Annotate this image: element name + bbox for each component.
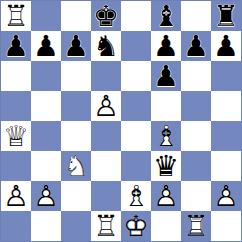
piece-outline-layer: ♙ <box>31 181 61 211</box>
square-d2[interactable] <box>91 181 121 211</box>
piece-outline-layer: ♗ <box>121 181 151 211</box>
white-bishop[interactable]: ♝♗ <box>151 121 181 151</box>
white-pawn[interactable]: ♟♙ <box>151 181 181 211</box>
square-d6[interactable] <box>91 61 121 91</box>
square-a8[interactable]: ♜♖ <box>1 1 31 31</box>
square-f4[interactable]: ♝♗ <box>151 121 181 151</box>
square-e4[interactable] <box>121 121 151 151</box>
piece-outline-layer: ♔ <box>121 211 151 241</box>
white-knight[interactable]: ♞♘ <box>61 151 91 181</box>
square-g1[interactable]: ♜♖ <box>181 211 211 241</box>
white-pawn[interactable]: ♟♙ <box>1 181 31 211</box>
piece-glyph: ♞ <box>91 31 121 61</box>
square-g3[interactable] <box>181 151 211 181</box>
square-g4[interactable] <box>181 121 211 151</box>
square-h4[interactable] <box>211 121 241 151</box>
black-pawn[interactable]: ♟ <box>151 61 181 91</box>
square-a6[interactable] <box>1 61 31 91</box>
piece-glyph: ♟ <box>151 61 181 91</box>
square-h1[interactable] <box>211 211 241 241</box>
white-pawn[interactable]: ♟♙ <box>91 91 121 121</box>
piece-glyph: ♛ <box>151 151 181 181</box>
square-a3[interactable] <box>1 151 31 181</box>
square-e8[interactable] <box>121 1 151 31</box>
square-d8[interactable]: ♚ <box>91 1 121 31</box>
square-d3[interactable] <box>91 151 121 181</box>
black-pawn[interactable]: ♟ <box>211 31 241 61</box>
piece-glyph: ♚ <box>91 1 121 31</box>
square-f5[interactable] <box>151 91 181 121</box>
piece-outline-layer: ♙ <box>211 181 241 211</box>
square-g2[interactable] <box>181 181 211 211</box>
square-e7[interactable] <box>121 31 151 61</box>
piece-glyph: ♟ <box>61 31 91 61</box>
square-c4[interactable] <box>61 121 91 151</box>
square-g6[interactable] <box>181 61 211 91</box>
piece-outline-layer: ♙ <box>91 91 121 121</box>
square-h6[interactable] <box>211 61 241 91</box>
square-h7[interactable]: ♟ <box>211 31 241 61</box>
white-rook[interactable]: ♜♖ <box>1 1 31 31</box>
black-king[interactable]: ♚ <box>91 1 121 31</box>
square-b8[interactable] <box>31 1 61 31</box>
black-queen[interactable]: ♛ <box>151 151 181 181</box>
square-c8[interactable] <box>61 1 91 31</box>
square-f7[interactable]: ♟ <box>151 31 181 61</box>
square-a2[interactable]: ♟♙ <box>1 181 31 211</box>
piece-glyph: ♟ <box>1 31 31 61</box>
square-b7[interactable]: ♟ <box>31 31 61 61</box>
square-b6[interactable] <box>31 61 61 91</box>
white-queen[interactable]: ♛♕ <box>1 121 31 151</box>
square-e5[interactable] <box>121 91 151 121</box>
square-b5[interactable] <box>31 91 61 121</box>
square-d4[interactable] <box>91 121 121 151</box>
square-d1[interactable]: ♜♖ <box>91 211 121 241</box>
piece-outline-layer: ♙ <box>151 181 181 211</box>
piece-outline-layer: ♖ <box>1 1 31 31</box>
square-f6[interactable]: ♟ <box>151 61 181 91</box>
white-bishop[interactable]: ♝♗ <box>121 181 151 211</box>
square-f3[interactable]: ♛ <box>151 151 181 181</box>
piece-outline-layer: ♖ <box>91 211 121 241</box>
square-h2[interactable]: ♟♙ <box>211 181 241 211</box>
square-c3[interactable]: ♞♘ <box>61 151 91 181</box>
square-d5[interactable]: ♟♙ <box>91 91 121 121</box>
square-a1[interactable] <box>1 211 31 241</box>
piece-outline-layer: ♙ <box>1 181 31 211</box>
white-pawn[interactable]: ♟♙ <box>31 181 61 211</box>
square-c2[interactable] <box>61 181 91 211</box>
square-a5[interactable] <box>1 91 31 121</box>
piece-outline-layer: ♕ <box>1 121 31 151</box>
square-b4[interactable] <box>31 121 61 151</box>
piece-outline-layer: ♗ <box>151 121 181 151</box>
white-king[interactable]: ♚♔ <box>121 211 151 241</box>
square-a7[interactable]: ♟ <box>1 31 31 61</box>
square-e6[interactable] <box>121 61 151 91</box>
square-h5[interactable] <box>211 91 241 121</box>
white-pawn[interactable]: ♟♙ <box>211 181 241 211</box>
square-e3[interactable] <box>121 151 151 181</box>
piece-outline-layer: ♖ <box>181 211 211 241</box>
square-b3[interactable] <box>31 151 61 181</box>
piece-glyph: ♟ <box>181 31 211 61</box>
piece-glyph: ♜ <box>211 1 241 31</box>
square-b1[interactable] <box>31 211 61 241</box>
square-f1[interactable] <box>151 211 181 241</box>
white-rook[interactable]: ♜♖ <box>91 211 121 241</box>
square-f8[interactable]: ♝ <box>151 1 181 31</box>
black-rook[interactable]: ♜ <box>211 1 241 31</box>
square-h3[interactable] <box>211 151 241 181</box>
piece-glyph: ♟ <box>31 31 61 61</box>
square-c5[interactable] <box>61 91 91 121</box>
square-c7[interactable]: ♟ <box>61 31 91 61</box>
piece-outline-layer: ♘ <box>61 151 91 181</box>
square-c1[interactable] <box>61 211 91 241</box>
square-f2[interactable]: ♟♙ <box>151 181 181 211</box>
square-e2[interactable]: ♝♗ <box>121 181 151 211</box>
piece-glyph: ♟ <box>151 31 181 61</box>
black-knight[interactable]: ♞ <box>91 31 121 61</box>
square-d7[interactable]: ♞ <box>91 31 121 61</box>
white-rook[interactable]: ♜♖ <box>181 211 211 241</box>
square-h8[interactable]: ♜ <box>211 1 241 31</box>
square-b2[interactable]: ♟♙ <box>31 181 61 211</box>
black-bishop[interactable]: ♝ <box>151 1 181 31</box>
square-c6[interactable] <box>61 61 91 91</box>
piece-glyph: ♟ <box>211 31 241 61</box>
black-pawn[interactable]: ♟ <box>181 31 211 61</box>
square-g7[interactable]: ♟ <box>181 31 211 61</box>
piece-glyph: ♝ <box>151 1 181 31</box>
black-pawn[interactable]: ♟ <box>61 31 91 61</box>
square-a4[interactable]: ♛♕ <box>1 121 31 151</box>
square-e1[interactable]: ♚♔ <box>121 211 151 241</box>
black-pawn[interactable]: ♟ <box>151 31 181 61</box>
square-g8[interactable] <box>181 1 211 31</box>
chess-board: ♜♖♚♝♜♟♟♟♞♟♟♟♟♟♙♛♕♝♗♞♘♛♟♙♟♙♝♗♟♙♟♙♜♖♚♔♜♖ <box>0 0 242 242</box>
square-g5[interactable] <box>181 91 211 121</box>
black-pawn[interactable]: ♟ <box>1 31 31 61</box>
black-pawn[interactable]: ♟ <box>31 31 61 61</box>
